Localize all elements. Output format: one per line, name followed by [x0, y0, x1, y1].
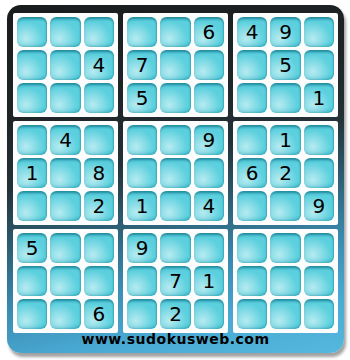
sudoku-cell-r2c8[interactable]: 5	[270, 50, 300, 80]
sudoku-cell-r8c1[interactable]	[17, 266, 47, 296]
sudoku-cell-r5c8[interactable]: 2	[270, 158, 300, 188]
sudoku-cell-r6c3[interactable]: 2	[84, 191, 114, 221]
sudoku-cell-r3c5[interactable]	[160, 83, 190, 113]
sudoku-cell-r2c1[interactable]	[17, 50, 47, 80]
sudoku-cell-r5c5[interactable]	[160, 158, 190, 188]
sudoku-cell-r8c3[interactable]	[84, 266, 114, 296]
sudoku-cell-r7c1[interactable]: 5	[17, 233, 47, 263]
sudoku-cell-r2c3[interactable]: 4	[84, 50, 114, 80]
sudoku-box-1: 4	[13, 13, 118, 117]
site-url: www.sudokusweb.com	[7, 330, 344, 348]
sudoku-cell-r6c7[interactable]	[237, 191, 267, 221]
sudoku-cell-r4c8[interactable]: 1	[270, 125, 300, 155]
sudoku-cell-r7c3[interactable]	[84, 233, 114, 263]
sudoku-cell-r8c2[interactable]	[50, 266, 80, 296]
sudoku-cell-r3c3[interactable]	[84, 83, 114, 113]
sudoku-cell-r1c4[interactable]	[127, 17, 157, 47]
sudoku-cell-r8c6[interactable]: 1	[194, 266, 224, 296]
sudoku-cell-r9c3[interactable]: 6	[84, 299, 114, 329]
sudoku-cell-r5c1[interactable]: 1	[17, 158, 47, 188]
sudoku-cell-r2c4[interactable]: 7	[127, 50, 157, 80]
sudoku-cell-r3c1[interactable]	[17, 83, 47, 113]
sudoku-cell-r7c6[interactable]	[194, 233, 224, 263]
sudoku-cell-r8c8[interactable]	[270, 266, 300, 296]
sudoku-cell-r9c9[interactable]	[304, 299, 334, 329]
sudoku-cell-r5c9[interactable]	[304, 158, 334, 188]
sudoku-cell-r7c7[interactable]	[237, 233, 267, 263]
sudoku-cell-r1c7[interactable]: 4	[237, 17, 267, 47]
sudoku-cell-r4c2[interactable]: 4	[50, 125, 80, 155]
sudoku-cell-r8c9[interactable]	[304, 266, 334, 296]
sudoku-box-7: 56	[13, 229, 118, 333]
sudoku-box-9	[233, 229, 338, 333]
sudoku-cell-r3c8[interactable]	[270, 83, 300, 113]
sudoku-cell-r7c4[interactable]: 9	[127, 233, 157, 263]
sudoku-cell-r7c2[interactable]	[50, 233, 80, 263]
sudoku-box-4: 4182	[13, 121, 118, 225]
sudoku-box-6: 1629	[233, 121, 338, 225]
sudoku-cell-r8c7[interactable]	[237, 266, 267, 296]
sudoku-cell-r9c2[interactable]	[50, 299, 80, 329]
sudoku-cell-r1c8[interactable]: 9	[270, 17, 300, 47]
sudoku-cell-r1c1[interactable]	[17, 17, 47, 47]
sudoku-cell-r1c2[interactable]	[50, 17, 80, 47]
sudoku-cell-r6c4[interactable]: 1	[127, 191, 157, 221]
sudoku-cell-r6c1[interactable]	[17, 191, 47, 221]
sudoku-cell-r2c2[interactable]	[50, 50, 80, 80]
sudoku-cell-r7c8[interactable]	[270, 233, 300, 263]
sudoku-cell-r2c5[interactable]	[160, 50, 190, 80]
sudoku-cell-r3c4[interactable]: 5	[127, 83, 157, 113]
sudoku-cell-r9c7[interactable]	[237, 299, 267, 329]
sudoku-cell-r7c5[interactable]	[160, 233, 190, 263]
sudoku-cell-r3c6[interactable]	[194, 83, 224, 113]
sudoku-cell-r3c7[interactable]	[237, 83, 267, 113]
sudoku-cell-r4c6[interactable]: 9	[194, 125, 224, 155]
sudoku-cell-r1c9[interactable]	[304, 17, 334, 47]
sudoku-cell-r5c2[interactable]	[50, 158, 80, 188]
sudoku-box-3: 4951	[233, 13, 338, 117]
sudoku-cell-r9c6[interactable]	[194, 299, 224, 329]
sudoku-cell-r4c7[interactable]	[237, 125, 267, 155]
sudoku-cell-r3c9[interactable]: 1	[304, 83, 334, 113]
sudoku-cell-r4c3[interactable]	[84, 125, 114, 155]
sudoku-cell-r8c5[interactable]: 7	[160, 266, 190, 296]
sudoku-cell-r2c6[interactable]	[194, 50, 224, 80]
sudoku-cell-r6c2[interactable]	[50, 191, 80, 221]
sudoku-board-frame: 4675495141829141629569712 www.sudokusweb…	[7, 5, 344, 353]
sudoku-cell-r5c4[interactable]	[127, 158, 157, 188]
sudoku-cell-r6c6[interactable]: 4	[194, 191, 224, 221]
sudoku-cell-r9c5[interactable]: 2	[160, 299, 190, 329]
sudoku-cell-r6c9[interactable]: 9	[304, 191, 334, 221]
sudoku-cell-r6c5[interactable]	[160, 191, 190, 221]
sudoku-cell-r6c8[interactable]	[270, 191, 300, 221]
sudoku-cell-r4c9[interactable]	[304, 125, 334, 155]
sudoku-box-2: 675	[123, 13, 228, 117]
sudoku-cell-r3c2[interactable]	[50, 83, 80, 113]
sudoku-cell-r2c9[interactable]	[304, 50, 334, 80]
sudoku-cell-r4c1[interactable]	[17, 125, 47, 155]
sudoku-cell-r7c9[interactable]	[304, 233, 334, 263]
sudoku-cell-r1c3[interactable]	[84, 17, 114, 47]
sudoku-cell-r1c6[interactable]: 6	[194, 17, 224, 47]
sudoku-cell-r2c7[interactable]	[237, 50, 267, 80]
sudoku-cell-r9c1[interactable]	[17, 299, 47, 329]
sudoku-cell-r1c5[interactable]	[160, 17, 190, 47]
sudoku-cell-r5c6[interactable]	[194, 158, 224, 188]
sudoku-box-8: 9712	[123, 229, 228, 333]
sudoku-cell-r9c8[interactable]	[270, 299, 300, 329]
sudoku-cell-r4c4[interactable]	[127, 125, 157, 155]
sudoku-cell-r4c5[interactable]	[160, 125, 190, 155]
sudoku-cell-r5c7[interactable]: 6	[237, 158, 267, 188]
sudoku-cell-r8c4[interactable]	[127, 266, 157, 296]
sudoku-cell-r9c4[interactable]	[127, 299, 157, 329]
sudoku-grid: 4675495141829141629569712	[13, 13, 338, 333]
sudoku-box-5: 914	[123, 121, 228, 225]
sudoku-cell-r5c3[interactable]: 8	[84, 158, 114, 188]
